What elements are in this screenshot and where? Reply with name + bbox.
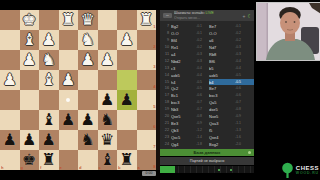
square-h6[interactable] [0,110,20,130]
black-move[interactable]: dxe5 [209,106,235,113]
white-move[interactable]: axb5 [171,72,196,79]
move-list[interactable]: 7Bg2-0.1Be7-0.18O-O-0.1O-O-0.29Bf4-0.2a6… [160,21,254,149]
move-number: 18 [160,99,171,106]
black-eval: -0.4 [235,58,254,65]
square-d6[interactable]: ♟ [78,110,98,130]
square-c3[interactable]: ♟ [98,50,118,70]
square-c8[interactable]: ♝c [98,150,118,170]
black-eval: -1.3 [235,127,254,134]
move-row: 19Nb3-0.7dxe5-0.8 [160,106,254,113]
move-row: 7Bg2-0.1Be7-0.1 [160,23,254,30]
move-number: 12 [160,58,171,65]
black-eval: -0.6 [235,92,254,99]
square-a2[interactable]: 2 [137,30,157,50]
square-e8[interactable]: e [59,150,79,170]
white-move[interactable]: bxc3 [171,99,196,106]
streamer-video [257,3,320,60]
square-b3[interactable] [117,50,137,70]
square-h4[interactable]: ♟ [0,70,20,90]
white-move[interactable]: Qg4 [171,141,196,148]
square-a7[interactable]: 7 [137,130,157,150]
piece-black-q-c7: ♛ [100,132,114,148]
black-move[interactable]: Nd7 [209,44,235,51]
live-badge: LIVE [205,11,213,15]
move-number: 17 [160,92,171,99]
black-eval: -0.8 [235,106,254,113]
status-bar: Партий не выбрано [160,157,254,165]
piece-white-b-g2: ♝ [22,32,36,48]
file-label: d [79,166,81,170]
white-move[interactable]: c3 [171,65,196,72]
piece-white-b-f4: ♝ [42,72,56,88]
white-eval: -0.4 [196,65,209,72]
database-button-label: База данных [194,150,221,155]
file-label: h [1,166,3,170]
black-move[interactable]: b5 [209,65,235,72]
white-move[interactable]: Qc2 [171,85,196,92]
black-move[interactable]: O-O [209,30,235,37]
square-c4[interactable] [98,70,118,90]
database-button[interactable]: База данных [160,149,254,156]
piece-black-p-e6: ♟ [61,112,75,128]
square-b4[interactable] [117,70,137,90]
move-number: 16 [160,85,171,92]
file-label: f [40,166,41,170]
square-h3[interactable] [0,50,20,70]
square-c1[interactable] [98,10,118,30]
panel-header: – Шахматы онлайн LIVE Открыть меню… + ☾ [160,10,254,21]
move-row: 24Qg4-1.8Bxg2-2.0 [160,141,254,148]
move-row: 18bxc3-0.7Qa5-0.7 [160,99,254,106]
white-move[interactable]: Qxe5 [171,113,196,120]
square-e3[interactable] [59,50,79,70]
square-g8[interactable]: ♚g [20,150,40,170]
white-move[interactable]: Nb3 [171,106,196,113]
move-row: 23Qxc5-1.4Qxe4-1.6 [160,134,254,141]
white-eval: -0.7 [196,99,209,106]
black-move[interactable]: Be7 [209,85,235,92]
black-eval: -0.5 [235,72,254,79]
eval-graph-marker [230,169,232,171]
piece-black-b-f6: ♝ [42,112,56,128]
square-f3[interactable]: ♞ [39,50,59,70]
square-e7[interactable] [59,130,79,150]
info-icon [248,151,251,154]
move-row: 14axb5-0.4axb5-0.5 [160,72,254,79]
black-move[interactable]: a6 [209,37,235,44]
black-move[interactable]: f5 [209,127,235,134]
black-eval: -0.5 [235,79,254,86]
move-row: 20Qxe5-0.8Nxe5-0.9 [160,113,254,120]
square-a4[interactable]: 4 [137,70,157,90]
square-f5[interactable] [39,90,59,110]
white-move[interactable]: Qxc5 [171,134,196,141]
piece-white-n-d2: ♞ [81,32,95,48]
square-b5[interactable]: ♟ [117,90,137,110]
white-eval: -0.6 [196,92,209,99]
square-a1[interactable]: ♜1 [137,10,157,30]
black-eval: -0.2 [235,30,254,37]
move-number: 19 [160,106,171,113]
white-eval: -1.4 [196,134,209,141]
hint-dot [66,98,70,102]
black-move[interactable]: Be7 [209,23,235,30]
piece-white-q-d1: ♛ [81,12,95,28]
square-c5[interactable]: ♟ [98,90,118,110]
white-eval: -0.1 [196,30,209,37]
move-number: 22 [160,127,171,134]
piece-white-p-d3: ♟ [81,52,95,68]
square-d5[interactable] [78,90,98,110]
file-label: e [60,166,62,170]
black-eval: -1.1 [235,120,254,127]
square-b2[interactable]: ♟ [117,30,137,50]
square-f7[interactable]: ♟ [39,130,59,150]
square-a3[interactable]: 3 [137,50,157,70]
square-f6[interactable]: ♝ [39,110,59,130]
piece-black-n-c6: ♞ [100,112,114,128]
square-f4[interactable]: ♝ [39,70,59,90]
square-g3[interactable]: ♟ [20,50,40,70]
move-number: 24 [160,141,171,148]
white-move[interactable]: Bc1 [171,92,196,99]
square-h2[interactable] [0,30,20,50]
piece-black-r-b8: ♜ [120,152,134,168]
square-g4[interactable] [20,70,40,90]
white-move[interactable]: h4 [171,79,196,86]
square-b7[interactable] [117,130,137,150]
white-eval: -0.2 [196,44,209,51]
move-number: 7 [160,23,171,30]
black-move[interactable]: Qxa3 [209,120,235,127]
piece-white-k-g1: ♚ [22,12,36,28]
square-g6[interactable] [20,110,40,130]
logo-tree-icon [281,162,294,178]
black-eval: -0.9 [235,113,254,120]
black-eval: -0.3 [235,51,254,58]
square-g5[interactable] [20,90,40,110]
square-d8[interactable]: d [78,150,98,170]
stream-frame: ♚♜♛♜1♝♟♞♟2♟♞♟♟3♟♝♟4♟♟5♝♟♟♞6♟♟♟♞♛7h♚g♜fed… [0,0,320,180]
black-move[interactable]: Qa5 [209,99,235,106]
square-c2[interactable] [98,30,118,50]
logo-subtitle: WOOD.RU [296,171,319,175]
piece-white-p-f2: ♟ [42,32,56,48]
eval-graph[interactable] [160,166,254,173]
move-row: 13c3-0.4b5-0.4 [160,65,254,72]
panel-header-text: Шахматы онлайн LIVE Открыть меню… [174,11,243,20]
move-row: 10Re1-0.2Nd7-0.3 [160,44,254,51]
square-e5[interactable] [59,90,79,110]
square-h7[interactable]: ♟ [0,130,20,150]
white-eval: -1.8 [196,141,209,148]
square-f1[interactable] [39,10,59,30]
piece-white-r-e1: ♜ [61,12,75,28]
chesswood-logo: CHESS WOOD.RU [281,162,319,178]
moves-panel: – Шахматы онлайн LIVE Открыть меню… + ☾ … [160,0,254,180]
move-row: 12Nbd2-0.3Bf6-0.4 [160,58,254,65]
square-b6[interactable] [117,110,137,130]
white-move[interactable]: O-O [171,30,196,37]
white-eval: -0.3 [196,51,209,58]
piece-black-r-f8: ♜ [42,152,56,168]
square-a5[interactable]: 5 [137,90,157,110]
piece-white-r-a1: ♜ [139,12,153,28]
black-move[interactable]: Bxg2 [209,141,235,148]
file-label: b [118,166,120,170]
square-h1[interactable] [0,10,20,30]
menu-button[interactable]: – [163,13,172,18]
square-f2[interactable]: ♟ [39,30,59,50]
move-number: 9 [160,37,171,44]
white-eval: -0.4 [196,72,209,79]
webcam [256,2,320,61]
piece-black-n-d7: ♞ [81,132,95,148]
eval-graph-green-segment [160,166,175,173]
piece-black-p-d6: ♟ [81,112,95,128]
move-row: 9Bf4-0.2a6-0.2 [160,37,254,44]
white-move[interactable]: Qb3 [171,127,196,134]
black-eval: -2.0 [235,141,254,148]
black-move[interactable]: Rb8 [209,51,235,58]
white-eval: -0.5 [196,79,209,86]
piece-white-p-g3: ♟ [22,52,36,68]
white-move[interactable]: Bf4 [171,37,196,44]
white-move[interactable]: Nbd2 [171,58,196,65]
white-eval: -0.9 [196,120,209,127]
piece-white-p-e4: ♟ [61,72,75,88]
black-move[interactable]: bxc3 [209,92,235,99]
black-move[interactable]: Bf6 [209,58,235,65]
move-number: 23 [160,134,171,141]
square-b1[interactable] [117,10,137,30]
move-number: 8 [160,30,171,37]
white-move[interactable]: Bg2 [171,23,196,30]
white-move[interactable]: Be3 [171,120,196,127]
square-g1[interactable]: ♚ [20,10,40,30]
panel-subtitle: Открыть меню… [174,16,243,20]
square-c6[interactable]: ♞ [98,110,118,130]
move-row: 22Qb3-1.2f5-1.3 [160,127,254,134]
move-number: 13 [160,65,171,72]
square-h8[interactable]: h [0,150,20,170]
file-label: g [21,166,23,170]
file-label: a [138,166,140,170]
piece-white-p-c3: ♟ [100,52,114,68]
square-e4[interactable]: ♟ [59,70,79,90]
piece-black-p-b5: ♟ [120,92,134,108]
move-row: 15h4-0.5b4-0.5 [160,79,254,86]
move-row: 17Bc1-0.6bxc3-0.6 [160,92,254,99]
piece-black-p-f7: ♟ [42,132,56,148]
square-e6[interactable]: ♟ [59,110,79,130]
white-eval: -0.3 [196,58,209,65]
white-eval: -0.8 [196,113,209,120]
square-d3[interactable]: ♟ [78,50,98,70]
board-clock: 0:00 [142,171,156,176]
square-e2[interactable] [59,30,79,50]
white-move[interactable]: a4 [171,51,196,58]
square-h5[interactable] [0,90,20,110]
square-e1[interactable]: ♜ [59,10,79,30]
square-d2[interactable]: ♞ [78,30,98,50]
add-icon[interactable]: + [243,13,246,19]
white-eval: -0.2 [196,37,209,44]
black-eval: -0.6 [235,85,254,92]
piece-black-k-g8: ♚ [22,152,36,168]
white-eval: -0.1 [196,23,209,30]
black-move[interactable]: Nxe5 [209,113,235,120]
square-a8[interactable]: 8a [137,150,157,170]
white-eval: -0.5 [196,85,209,92]
move-number: 21 [160,120,171,127]
move-number: 11 [160,51,171,58]
move-number: 20 [160,113,171,120]
black-move[interactable]: b4 [209,79,235,86]
piece-black-b-c8: ♝ [100,152,114,168]
black-move[interactable]: Qxe4 [209,134,235,141]
panel-title: Шахматы онлайн [174,11,204,15]
square-g2[interactable]: ♝ [20,30,40,50]
piece-white-n-f3: ♞ [42,52,56,68]
black-eval: -0.3 [235,44,254,51]
square-d1[interactable]: ♛ [78,10,98,30]
piece-black-p-h7: ♟ [3,132,17,148]
chess-board[interactable]: ♚♜♛♜1♝♟♞♟2♟♞♟♟3♟♝♟4♟♟5♝♟♟♞6♟♟♟♞♛7h♚g♜fed… [0,10,156,170]
square-d7[interactable]: ♞ [78,130,98,150]
move-row: 21Be3-0.9Qxa3-1.1 [160,120,254,127]
piece-white-p-b2: ♟ [120,32,134,48]
move-row: 11a4-0.3Rb8-0.3 [160,51,254,58]
white-eval: -1.2 [196,127,209,134]
piece-black-p-g7: ♟ [22,132,36,148]
square-d4[interactable] [78,70,98,90]
black-eval: -1.6 [235,134,254,141]
piece-white-p-h4: ♟ [3,72,17,88]
piece-black-p-c5: ♟ [100,92,114,108]
black-eval: -0.4 [235,65,254,72]
moon-icon[interactable]: ☾ [248,13,252,19]
white-move[interactable]: Re1 [171,44,196,51]
move-number: 10 [160,44,171,51]
move-row: 16Qc2-0.5Be7-0.6 [160,85,254,92]
move-number: 14 [160,72,171,79]
eval-graph-marker [218,169,220,171]
file-label: c [99,166,101,170]
square-a6[interactable]: 6 [137,110,157,130]
move-row: 8O-O-0.1O-O-0.2 [160,30,254,37]
black-move[interactable]: axb5 [209,72,235,79]
black-eval: -0.1 [235,23,254,30]
square-b8[interactable]: ♜b [117,150,137,170]
white-eval: -0.7 [196,106,209,113]
streamer-face [280,12,300,34]
square-f8[interactable]: ♜f [39,150,59,170]
square-g7[interactable]: ♟ [20,130,40,150]
move-number: 15 [160,79,171,86]
black-eval: -0.2 [235,37,254,44]
square-c7[interactable]: ♛ [98,130,118,150]
black-eval: -0.7 [235,99,254,106]
